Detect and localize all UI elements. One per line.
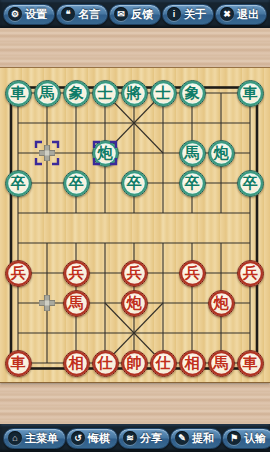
exit-button[interactable]: ✖ 退出 bbox=[215, 4, 267, 25]
board-grid bbox=[0, 68, 270, 384]
settings-button[interactable]: ⚙ 设置 bbox=[3, 4, 55, 25]
piece-red-cannon[interactable]: 炮 bbox=[121, 290, 148, 317]
undo-icon: ↺ bbox=[71, 431, 85, 445]
gear-icon: ⚙ bbox=[8, 7, 22, 21]
piece-black-horse[interactable]: 馬 bbox=[34, 80, 61, 107]
piece-red-advisor[interactable]: 仕 bbox=[150, 350, 177, 377]
envelope-icon: ✉ bbox=[114, 7, 128, 21]
piece-black-cannon[interactable]: 炮 bbox=[92, 140, 119, 167]
piece-black-horse[interactable]: 馬 bbox=[179, 140, 206, 167]
about-label: 关于 bbox=[184, 7, 206, 22]
undo-move-label: 悔棋 bbox=[88, 431, 110, 446]
piece-black-advisor[interactable]: 士 bbox=[92, 80, 119, 107]
piece-red-general[interactable]: 帥 bbox=[121, 350, 148, 377]
feedback-button[interactable]: ✉ 反馈 bbox=[109, 4, 161, 25]
flag-icon: ⚑ bbox=[227, 431, 241, 445]
resign-button[interactable]: ⚑ 认输 bbox=[222, 428, 270, 449]
share-icon: ≋ bbox=[123, 431, 137, 445]
piece-red-chariot[interactable]: 車 bbox=[5, 350, 32, 377]
exit-icon: ✖ bbox=[220, 7, 234, 21]
piece-black-soldier[interactable]: 卒 bbox=[121, 170, 148, 197]
info-icon: i bbox=[167, 7, 181, 21]
piece-red-horse[interactable]: 馬 bbox=[63, 290, 90, 317]
piece-red-cannon[interactable]: 炮 bbox=[208, 290, 235, 317]
piece-black-chariot[interactable]: 車 bbox=[5, 80, 32, 107]
piece-black-elephant[interactable]: 象 bbox=[179, 80, 206, 107]
piece-red-elephant[interactable]: 相 bbox=[179, 350, 206, 377]
share-button[interactable]: ≋ 分享 bbox=[118, 428, 170, 449]
piece-red-soldier[interactable]: 兵 bbox=[63, 260, 90, 287]
piece-red-chariot[interactable]: 車 bbox=[237, 350, 264, 377]
piece-red-elephant[interactable]: 相 bbox=[63, 350, 90, 377]
offer-draw-label: 提和 bbox=[192, 431, 214, 446]
piece-black-cannon[interactable]: 炮 bbox=[208, 140, 235, 167]
piece-black-chariot[interactable]: 車 bbox=[237, 80, 264, 107]
piece-black-advisor[interactable]: 士 bbox=[150, 80, 177, 107]
quotes-label: 名言 bbox=[78, 7, 100, 22]
bottom-toolbar: ⌂ 主菜单 ↺ 悔棋 ≋ 分享 ✎ 提和 ⚑ 认输 bbox=[0, 424, 270, 452]
piece-red-soldier[interactable]: 兵 bbox=[121, 260, 148, 287]
piece-black-soldier[interactable]: 卒 bbox=[5, 170, 32, 197]
offer-draw-button[interactable]: ✎ 提和 bbox=[170, 428, 222, 449]
piece-red-soldier[interactable]: 兵 bbox=[5, 260, 32, 287]
settings-label: 设置 bbox=[25, 7, 47, 22]
resign-label: 认输 bbox=[244, 431, 266, 446]
feedback-label: 反馈 bbox=[131, 7, 153, 22]
xiangqi-app: ⚙ 设置 ❝ 名言 ✉ 反馈 i 关于 ✖ 退出 車馬象士將士象車炮馬炮卒卒卒卒… bbox=[0, 0, 270, 452]
piece-black-soldier[interactable]: 卒 bbox=[63, 170, 90, 197]
main-menu-label: 主菜单 bbox=[25, 431, 58, 446]
pencil-icon: ✎ bbox=[175, 431, 189, 445]
board[interactable]: 車馬象士將士象車炮馬炮卒卒卒卒卒兵兵兵兵兵馬炮炮車相仕帥仕相馬車 bbox=[0, 67, 270, 383]
piece-red-soldier[interactable]: 兵 bbox=[237, 260, 264, 287]
main-menu-button[interactable]: ⌂ 主菜单 bbox=[3, 428, 66, 449]
piece-black-soldier[interactable]: 卒 bbox=[237, 170, 264, 197]
speech-bubble-icon: ❝ bbox=[61, 7, 75, 21]
exit-label: 退出 bbox=[237, 7, 259, 22]
piece-black-soldier[interactable]: 卒 bbox=[179, 170, 206, 197]
undo-move-button[interactable]: ↺ 悔棋 bbox=[66, 428, 118, 449]
piece-red-advisor[interactable]: 仕 bbox=[92, 350, 119, 377]
piece-black-elephant[interactable]: 象 bbox=[63, 80, 90, 107]
piece-red-horse[interactable]: 馬 bbox=[208, 350, 235, 377]
share-label: 分享 bbox=[140, 431, 162, 446]
quotes-button[interactable]: ❝ 名言 bbox=[56, 4, 108, 25]
piece-red-soldier[interactable]: 兵 bbox=[179, 260, 206, 287]
top-toolbar: ⚙ 设置 ❝ 名言 ✉ 反馈 i 关于 ✖ 退出 bbox=[0, 0, 270, 28]
about-button[interactable]: i 关于 bbox=[162, 4, 214, 25]
home-icon: ⌂ bbox=[8, 431, 22, 445]
piece-black-general[interactable]: 將 bbox=[121, 80, 148, 107]
